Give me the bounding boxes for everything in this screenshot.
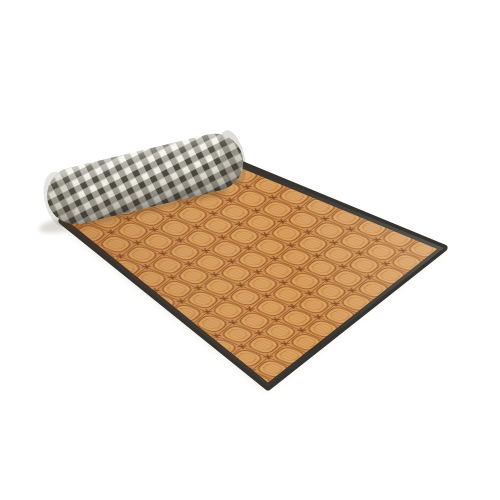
product-image-canvas [0, 0, 500, 500]
product-photo-stage [0, 0, 500, 500]
product-photo [0, 0, 500, 500]
